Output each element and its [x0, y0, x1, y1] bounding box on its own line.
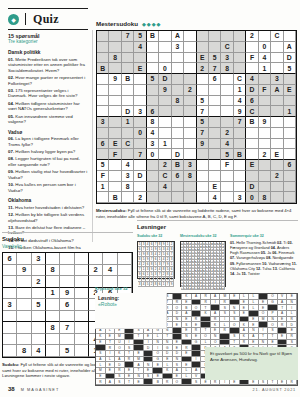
grid-cell: [147, 96, 159, 107]
grid-cell: [147, 182, 159, 193]
grid-cell: F: [109, 149, 121, 160]
grid-cell: [259, 160, 271, 171]
grid-cell: [271, 106, 283, 117]
grid-cell: [97, 192, 109, 203]
solutions-title: Løsninger: [137, 224, 166, 230]
grid-cell: [75, 322, 89, 334]
grid-cell: T: [125, 379, 135, 385]
grid-cell: 4: [209, 192, 221, 203]
grid-cell: B: [147, 31, 159, 42]
grid-cell: 7: [209, 63, 221, 74]
answer-text: Færøyene og Grønland: [230, 246, 271, 250]
grid-cell: [184, 63, 196, 74]
grid-cell: [46, 334, 60, 346]
grid-cell: A: [271, 85, 283, 96]
grid-cell: [221, 96, 233, 107]
winner-note-text: Et gavekort på 500 kr fra Norli går til …: [210, 351, 292, 362]
grid-cell: E: [246, 160, 258, 171]
grid-cell: R: [96, 379, 106, 385]
solutions-mestersudoku-header: Mestersudoku uke 32: [180, 234, 228, 238]
grid-cell: F: [221, 160, 233, 171]
grid-cell: [234, 128, 246, 139]
grid-cell: [3, 276, 17, 288]
grid-cell: 3: [271, 74, 283, 85]
answer-number: 03.: [287, 241, 292, 245]
grid-cell: [17, 322, 31, 334]
grid-cell: 2: [197, 63, 209, 74]
grid-cell: [184, 117, 196, 128]
grid-cell: [197, 160, 209, 171]
grid-cell: [109, 31, 121, 42]
sudoku-title: Sudoku: [2, 236, 24, 242]
grid-cell: [246, 42, 258, 53]
answer-text: Helle Thorning-Schmidt: [236, 241, 277, 245]
grid-cell: 5: [60, 345, 74, 357]
grid-cell: [209, 106, 221, 117]
solutions-sudoku-header: Sudoku uke 32: [137, 234, 177, 238]
grid-cell: 9: [159, 85, 171, 96]
grid-cell: [271, 42, 283, 53]
grid-cell: [197, 171, 209, 182]
grid-cell: 6: [209, 74, 221, 85]
grid-cell: [172, 117, 184, 128]
quiz-section-title: Dansk politikk: [8, 50, 88, 55]
grid-cell: [184, 128, 196, 139]
winner-note-box: Et gavekort på 500 kr fra Norli går til …: [205, 347, 298, 380]
grid-cell: [3, 334, 17, 346]
grid-cell: [32, 265, 46, 277]
crossword-solution-word: «Robot»: [98, 301, 163, 307]
grid-cell: 1: [97, 182, 109, 193]
grid-cell: [284, 171, 296, 182]
grid-cell: 5: [221, 149, 233, 160]
grid-cell: [122, 42, 134, 53]
grid-cell: [259, 106, 271, 117]
grid-cell: [209, 128, 221, 139]
solution-sudoku-grid: 5346789126721953481983425678597614234268…: [137, 241, 175, 279]
quiz-question: 06. Lå byen i tidligere Finnmark eller T…: [8, 136, 88, 147]
grid-cell: [271, 128, 283, 139]
grid-cell: 2: [259, 149, 271, 160]
grid-cell: [109, 160, 121, 171]
grid-cell: [118, 253, 132, 265]
answer-text: Fylkesmannen: [236, 262, 262, 266]
grid-cell: [109, 117, 121, 128]
sudoku-difficulty-label: Vanskelig: [2, 244, 22, 249]
grid-cell: [209, 31, 221, 42]
grid-cell: [75, 334, 89, 346]
grid-cell: 0: [147, 149, 159, 160]
quiz-question: 02. Hvor mange partier er representert i…: [8, 75, 88, 86]
grid-cell: 3: [184, 160, 196, 171]
grid-cell: 5: [134, 31, 146, 42]
grid-cell: [259, 171, 271, 182]
grid-cell: [284, 139, 296, 150]
grid-cell: [209, 139, 221, 150]
grid-cell: [122, 128, 134, 139]
grid-cell: [197, 182, 209, 193]
grid-cell: [159, 117, 171, 128]
grid-cell: 8: [122, 182, 134, 193]
grid-cell: D: [172, 149, 184, 160]
answer-text: Tulsa: [262, 267, 272, 271]
quiz-question: 05. Kan innvandrere stemme ved valgene?: [8, 114, 88, 125]
magazine-brand: M MAGASINET: [21, 388, 60, 392]
grid-cell: S: [115, 379, 125, 385]
page-title: Quiz: [33, 12, 59, 27]
grid-cell: 4: [134, 42, 146, 53]
grid-cell: 1: [234, 85, 246, 96]
grid-cell: [259, 96, 271, 107]
grid-cell: [234, 182, 246, 193]
grid-cell: 6: [97, 139, 109, 150]
quiz-question: 08. Legger hurtigruten til kai på nord- …: [8, 156, 88, 167]
grid-cell: 7: [60, 322, 74, 334]
grid-cell: [75, 253, 89, 265]
grid-cell: 4: [103, 265, 117, 277]
grid-cell: [46, 253, 60, 265]
grid-cell: S: [192, 379, 202, 385]
grid-cell: [32, 334, 46, 346]
grid-cell: 8: [172, 96, 184, 107]
grid-cell: [284, 149, 296, 160]
grid-cell: [234, 160, 246, 171]
grid-cell: [197, 42, 209, 53]
grid-cell: [46, 345, 60, 357]
grid-cell: 3: [221, 53, 233, 64]
grid-cell: [182, 379, 192, 385]
grid-cell: [172, 128, 184, 139]
grid-cell: [134, 117, 146, 128]
grid-cell: [172, 53, 184, 64]
grid-cell: 6: [246, 96, 258, 107]
solutions-quiz-header: Sommerquiz uke 32: [230, 234, 298, 238]
grid-cell: 9: [197, 139, 209, 150]
grid-cell: 2: [271, 171, 283, 182]
grid-cell: 1: [159, 139, 171, 150]
footer-date: 21. AUGUST 2021: [253, 388, 296, 392]
grid-cell: B: [122, 74, 134, 85]
grid-cell: [147, 42, 159, 53]
column-divider: [92, 30, 93, 242]
mestersudoku-grid: 75BA2C43C0A8E53F4DBE0278159B5D6C43921DFA…: [96, 30, 297, 204]
grid-cell: [271, 139, 283, 150]
answer-text: Oklahoma City: [230, 267, 256, 271]
grid-cell: A: [106, 379, 116, 385]
grid-cell: 6: [3, 253, 17, 265]
grid-cell: [97, 106, 109, 117]
answer-text: California: [279, 267, 295, 271]
grid-cell: [284, 74, 296, 85]
grid-cell: E: [278, 379, 288, 385]
grid-cell: [197, 149, 209, 160]
quiz-question: 12. Hvilken by ble tidligere kalt verden…: [8, 212, 88, 223]
grid-cell: [209, 149, 221, 160]
grid-cell: [147, 85, 159, 96]
quiz-question: 04. Hvilken tidligere statsminister har …: [8, 101, 88, 112]
quiz-tagline: Tre kategorier: [8, 39, 88, 44]
grid-cell: [144, 379, 154, 385]
grid-cell: 1: [46, 288, 60, 300]
grid-cell: I: [220, 379, 230, 385]
grid-cell: [221, 74, 233, 85]
grid-cell: [75, 265, 89, 277]
grid-cell: [3, 311, 17, 323]
grid-cell: 7: [234, 117, 246, 128]
answer-number: 11.: [292, 262, 297, 266]
grid-cell: 4: [159, 182, 171, 193]
grid-cell: E: [109, 139, 121, 150]
grid-cell: [221, 106, 233, 117]
grid-cell: B: [172, 160, 184, 171]
grid-cell: 9: [109, 74, 121, 85]
grid-cell: C: [122, 139, 134, 150]
grid-cell: [159, 53, 171, 64]
grid-cell: [109, 182, 121, 193]
grid-cell: [17, 299, 31, 311]
grid-cell: 9: [259, 117, 271, 128]
grid-cell: [184, 53, 196, 64]
grid-cell: [159, 128, 171, 139]
grid-cell: 2: [159, 160, 171, 171]
grid-cell: [271, 182, 283, 193]
grid-cell: [209, 160, 221, 171]
grid-cell: [147, 192, 159, 203]
grid-cell: [60, 334, 74, 346]
grid-cell: E: [222, 287, 225, 290]
grid-cell: B: [109, 192, 121, 203]
grid-cell: E: [230, 379, 240, 385]
grid-cell: B: [234, 149, 246, 160]
grid-cell: [134, 96, 146, 107]
grid-cell: 3: [97, 117, 109, 128]
quiz-question: 09. Hvilken statlig etat har hovedkvarte…: [8, 169, 88, 180]
grid-cell: [109, 42, 121, 53]
grid-cell: 0: [259, 42, 271, 53]
grid-cell: [118, 265, 132, 277]
grid-cell: [159, 96, 171, 107]
grid-cell: [46, 299, 60, 311]
mestersudoku-caption-lead: Mestersudoku:: [96, 208, 127, 213]
grid-cell: [97, 85, 109, 96]
grid-cell: [97, 42, 109, 53]
grid-cell: C: [159, 171, 171, 182]
grid-cell: 1: [122, 117, 134, 128]
grid-cell: 8: [46, 265, 60, 277]
sudoku-rule: [2, 232, 133, 233]
grid-cell: [3, 345, 17, 357]
grid-cell: 4: [147, 128, 159, 139]
grid-cell: [284, 128, 296, 139]
answer-text: Finnmark: [279, 251, 295, 255]
grid-cell: [234, 171, 246, 182]
grid-cell: F: [259, 85, 271, 96]
grid-cell: [122, 85, 134, 96]
grid-cell: 7: [197, 106, 209, 117]
grid-cell: R: [163, 379, 173, 385]
grid-cell: [271, 117, 283, 128]
grid-cell: 2: [184, 85, 196, 96]
grid-cell: 8: [46, 322, 60, 334]
quiz-question: 13. Bare én delstat har flere indianere …: [8, 225, 88, 236]
grid-cell: [97, 74, 109, 85]
grid-cell: 6: [172, 171, 184, 182]
grid-cell: 1: [284, 106, 296, 117]
quiz-question: 11. Hva heter hovedstaden i delstaten?: [8, 205, 88, 211]
grid-cell: 3: [32, 253, 46, 265]
grid-cell: D: [122, 106, 134, 117]
quiz-column: 15 spørsmål Tre kategorier Dansk politik…: [8, 33, 88, 258]
grid-cell: [122, 96, 134, 107]
grid-cell: 7: [122, 31, 134, 42]
grid-cell: [209, 117, 221, 128]
grid-cell: [17, 334, 31, 346]
grid-cell: [234, 42, 246, 53]
grid-cell: [271, 160, 283, 171]
grid-cell: 2: [221, 128, 233, 139]
quiz-question: 03. 175 representanter velges i Danmark.…: [8, 88, 88, 99]
grid-cell: E: [201, 379, 211, 385]
grid-cell: 0: [246, 192, 258, 203]
grid-cell: [134, 53, 146, 64]
grid-cell: 3: [234, 192, 246, 203]
grid-cell: [75, 276, 89, 288]
grid-cell: F: [246, 53, 258, 64]
grid-cell: [134, 139, 146, 150]
quiz-question: 07. Hvilken halvøy ligger byen på?: [8, 149, 88, 155]
grid-cell: [221, 117, 233, 128]
grid-cell: [159, 192, 171, 203]
grid-cell: [240, 379, 250, 385]
mestersudoku-title-text: Mestersudoku: [96, 20, 138, 27]
grid-cell: 5: [197, 117, 209, 128]
answer-text: Twister: [248, 272, 260, 276]
grid-cell: [284, 31, 296, 42]
grid-cell: [122, 192, 134, 203]
grid-cell: 7: [197, 128, 209, 139]
grid-cell: [147, 53, 159, 64]
grid-cell: [97, 128, 109, 139]
grid-cell: [259, 74, 271, 85]
grid-cell: 9: [234, 106, 246, 117]
grid-cell: E: [134, 63, 146, 74]
grid-cell: [184, 96, 196, 107]
grid-cell: [46, 276, 60, 288]
grid-cell: [172, 139, 184, 150]
grid-cell: [3, 288, 17, 300]
grid-cell: [234, 53, 246, 64]
grid-cell: [197, 85, 209, 96]
grid-cell: [172, 85, 184, 96]
grid-cell: [75, 288, 89, 300]
grid-cell: 4: [32, 345, 46, 357]
grid-cell: [221, 31, 233, 42]
grid-cell: [3, 322, 17, 334]
quiz-question: 10. Hva kalles en person som bor i Vadsø…: [8, 182, 88, 193]
grid-cell: A: [284, 42, 296, 53]
grid-cell: [89, 253, 103, 265]
grid-cell: [197, 192, 209, 203]
quiz-section-title: Oklahoma: [8, 198, 88, 203]
grid-cell: 0: [134, 128, 146, 139]
crossword-header: Kryssord uke 32: [95, 286, 175, 291]
grid-cell: 3: [172, 42, 184, 53]
grid-cell: [172, 192, 184, 203]
grid-cell: 5: [197, 96, 209, 107]
grid-cell: 5: [209, 53, 221, 64]
grid-cell: 2: [32, 276, 46, 288]
grid-cell: 3: [122, 171, 134, 182]
grid-cell: 1: [259, 63, 271, 74]
grid-cell: [122, 63, 134, 74]
grid-cell: [46, 311, 60, 323]
grid-cell: 9: [60, 288, 74, 300]
quiz-question: 01. Mette Frederiksen tok over som stats…: [8, 57, 88, 74]
header-divider: [25, 13, 26, 25]
grid-cell: [122, 149, 134, 160]
grid-cell: D: [246, 85, 258, 96]
grid-cell: [109, 171, 121, 182]
grid-cell: [134, 85, 146, 96]
grid-cell: 3: [3, 299, 17, 311]
grid-cell: [32, 288, 46, 300]
grid-cell: 8: [17, 345, 31, 357]
grid-cell: B: [153, 379, 163, 385]
grid-cell: [184, 182, 196, 193]
grid-cell: [109, 96, 121, 107]
grid-cell: B: [97, 63, 109, 74]
grid-cell: 8: [147, 117, 159, 128]
grid-cell: [17, 311, 31, 323]
grid-cell: [184, 106, 196, 117]
grid-cell: A: [172, 31, 184, 42]
grid-cell: 9: [17, 265, 31, 277]
grid-cell: 4: [246, 74, 258, 85]
quiz-section-header: ◆ Quiz: [8, 8, 88, 30]
grid-cell: E: [249, 379, 259, 385]
grid-cell: 6: [147, 106, 159, 117]
grid-cell: C: [234, 74, 246, 85]
grid-cell: [234, 63, 246, 74]
grid-cell: [172, 182, 184, 193]
grid-cell: 2: [246, 31, 258, 42]
grid-cell: [209, 42, 221, 53]
grid-cell: R: [211, 379, 221, 385]
solutions-rule: [137, 220, 298, 221]
grid-cell: [32, 322, 46, 334]
grid-cell: [234, 139, 246, 150]
grid-cell: [109, 63, 121, 74]
grid-cell: 2: [134, 192, 146, 203]
grid-cell: 5: [32, 299, 46, 311]
grid-cell: [109, 128, 121, 139]
crossword-solution-note: Løsning: «Robot»: [95, 293, 167, 329]
grid-cell: [134, 74, 146, 85]
grid-cell: 4: [122, 160, 134, 171]
quiz-question-list: Dansk politikk01. Mette Frederiksen tok …: [8, 50, 88, 256]
grid-cell: [271, 63, 283, 74]
grid-cell: [246, 149, 258, 160]
grid-cell: 6: [284, 160, 296, 171]
grid-cell: [172, 106, 184, 117]
grid-cell: [97, 31, 109, 42]
grid-cell: D: [246, 182, 258, 193]
grid-cell: [246, 171, 258, 182]
grid-cell: [75, 311, 89, 323]
mestersudoku-caption: Mestersudoku: Fyll ut feltene slik at de…: [96, 208, 298, 219]
sudoku-caption-lead: Sudoku:: [2, 362, 19, 367]
grid-cell: C: [221, 42, 233, 53]
